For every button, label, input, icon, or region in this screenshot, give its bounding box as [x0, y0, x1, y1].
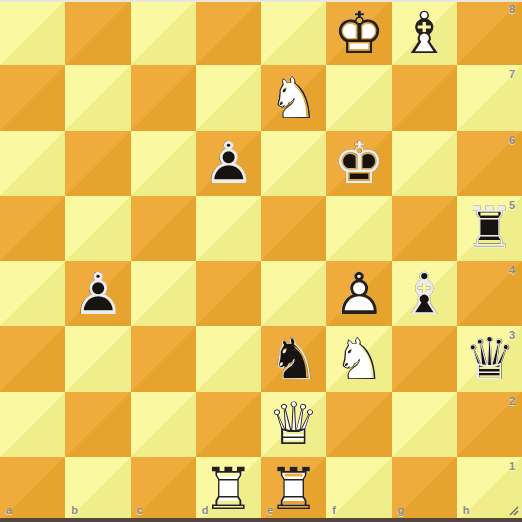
square-b2[interactable]	[65, 392, 130, 457]
square-f5[interactable]	[326, 196, 391, 261]
square-c6[interactable]	[131, 131, 196, 196]
square-f7[interactable]	[326, 65, 391, 130]
square-e3[interactable]: ♞♘	[261, 326, 326, 391]
square-d3[interactable]	[196, 326, 261, 391]
piece-white-knight[interactable]: ♞♘	[261, 65, 326, 130]
rank-label-4: 4	[509, 264, 515, 276]
square-f2[interactable]	[326, 392, 391, 457]
piece-white-rook[interactable]: ♜♖	[196, 457, 261, 522]
square-h2[interactable]: 2	[457, 392, 522, 457]
square-f4[interactable]: ♟♙	[326, 261, 391, 326]
board-grid: ♚♔♝♗8♞♘7♟♙♚♔65♜♖♟♙♟♙♝♗4♞♘♞♘3♛♕♛♕2abcd♜♖e…	[0, 0, 522, 522]
square-h5[interactable]: 5♜♖	[457, 196, 522, 261]
piece-white-king[interactable]: ♚♔	[326, 0, 391, 65]
square-b1[interactable]: b	[65, 457, 130, 522]
white-rook-glyph-outline: ♖	[196, 457, 261, 522]
piece-white-knight[interactable]: ♞♘	[326, 326, 391, 391]
square-c5[interactable]	[131, 196, 196, 261]
square-g7[interactable]	[392, 65, 457, 130]
square-b7[interactable]	[65, 65, 130, 130]
square-g2[interactable]	[392, 392, 457, 457]
square-b5[interactable]	[65, 196, 130, 261]
square-e5[interactable]	[261, 196, 326, 261]
file-label-a: a	[6, 504, 12, 516]
square-a4[interactable]	[0, 261, 65, 326]
file-label-b: b	[71, 504, 78, 516]
square-h7[interactable]: 7	[457, 65, 522, 130]
black-bishop-glyph-outline: ♗	[392, 261, 457, 326]
square-a3[interactable]	[0, 326, 65, 391]
square-a5[interactable]	[0, 196, 65, 261]
piece-white-pawn[interactable]: ♟♙	[326, 261, 391, 326]
rank-label-8: 8	[509, 3, 515, 15]
square-f6[interactable]: ♚♔	[326, 131, 391, 196]
square-a1[interactable]: a	[0, 457, 65, 522]
black-king-glyph-outline: ♔	[326, 131, 391, 196]
square-h3[interactable]: 3♛♕	[457, 326, 522, 391]
rank-label-1: 1	[509, 460, 515, 472]
black-rook-glyph-outline: ♖	[457, 196, 522, 261]
board-resize-handle-icon[interactable]	[507, 504, 519, 516]
piece-black-pawn[interactable]: ♟♙	[65, 261, 130, 326]
white-king-glyph-outline: ♔	[326, 0, 391, 65]
square-g3[interactable]	[392, 326, 457, 391]
white-king-glyph-fill: ♚	[326, 0, 391, 65]
white-bishop-glyph-fill: ♝	[392, 0, 457, 65]
file-label-f: f	[332, 504, 336, 516]
file-label-c: c	[137, 504, 143, 516]
white-knight-glyph-outline: ♘	[261, 65, 326, 130]
white-knight-glyph-fill: ♞	[261, 65, 326, 130]
board-bottom-edge	[0, 518, 522, 522]
square-d8[interactable]	[196, 0, 261, 65]
white-pawn-glyph-fill: ♟	[326, 261, 391, 326]
board-top-edge	[0, 0, 522, 2]
rank-label-6: 6	[509, 134, 515, 146]
chess-board: ♚♔♝♗8♞♘7♟♙♚♔65♜♖♟♙♟♙♝♗4♞♘♞♘3♛♕♛♕2abcd♜♖e…	[0, 0, 522, 522]
black-king-glyph-fill: ♚	[326, 131, 391, 196]
square-f1[interactable]: f	[326, 457, 391, 522]
white-pawn-glyph-outline: ♙	[326, 261, 391, 326]
square-c1[interactable]: c	[131, 457, 196, 522]
square-b6[interactable]	[65, 131, 130, 196]
square-c7[interactable]	[131, 65, 196, 130]
black-knight-glyph-fill: ♞	[261, 326, 326, 391]
square-h8[interactable]: 8	[457, 0, 522, 65]
black-pawn-glyph-outline: ♙	[196, 131, 261, 196]
square-e4[interactable]	[261, 261, 326, 326]
square-g4[interactable]: ♝♗	[392, 261, 457, 326]
square-c8[interactable]	[131, 0, 196, 65]
rank-label-2: 2	[509, 395, 515, 407]
square-c4[interactable]	[131, 261, 196, 326]
black-pawn-glyph-outline: ♙	[65, 261, 130, 326]
file-label-g: g	[398, 504, 405, 516]
square-c3[interactable]	[131, 326, 196, 391]
black-knight-glyph-outline: ♘	[261, 326, 326, 391]
square-g6[interactable]	[392, 131, 457, 196]
white-knight-glyph-fill: ♞	[326, 326, 391, 391]
black-queen-glyph-fill: ♛	[457, 326, 522, 391]
piece-black-rook[interactable]: ♜♖	[457, 196, 522, 261]
square-g5[interactable]	[392, 196, 457, 261]
piece-black-knight[interactable]: ♞♘	[261, 326, 326, 391]
square-f8[interactable]: ♚♔	[326, 0, 391, 65]
square-a7[interactable]	[0, 65, 65, 130]
file-label-h: h	[463, 504, 470, 516]
white-bishop-glyph-outline: ♗	[392, 0, 457, 65]
black-rook-glyph-fill: ♜	[457, 196, 522, 261]
black-pawn-glyph-fill: ♟	[196, 131, 261, 196]
square-h4[interactable]: 4	[457, 261, 522, 326]
square-e8[interactable]	[261, 0, 326, 65]
square-c2[interactable]	[131, 392, 196, 457]
black-pawn-glyph-fill: ♟	[65, 261, 130, 326]
square-g1[interactable]: g	[392, 457, 457, 522]
square-e2[interactable]: ♛♕	[261, 392, 326, 457]
piece-black-pawn[interactable]: ♟♙	[196, 131, 261, 196]
square-d6[interactable]: ♟♙	[196, 131, 261, 196]
white-knight-glyph-outline: ♘	[326, 326, 391, 391]
square-b4[interactable]: ♟♙	[65, 261, 130, 326]
white-rook-glyph-fill: ♜	[261, 457, 326, 522]
white-rook-glyph-fill: ♜	[196, 457, 261, 522]
square-a8[interactable]	[0, 0, 65, 65]
square-a6[interactable]	[0, 131, 65, 196]
square-e1[interactable]: e♜♖	[261, 457, 326, 522]
square-d2[interactable]	[196, 392, 261, 457]
square-b3[interactable]	[65, 326, 130, 391]
square-e7[interactable]: ♞♘	[261, 65, 326, 130]
piece-white-bishop[interactable]: ♝♗	[392, 0, 457, 65]
black-bishop-glyph-fill: ♝	[392, 261, 457, 326]
white-queen-glyph-outline: ♕	[261, 392, 326, 457]
square-d5[interactable]	[196, 196, 261, 261]
square-f3[interactable]: ♞♘	[326, 326, 391, 391]
square-a2[interactable]	[0, 392, 65, 457]
piece-white-queen[interactable]: ♛♕	[261, 392, 326, 457]
square-b8[interactable]	[65, 0, 130, 65]
square-d4[interactable]	[196, 261, 261, 326]
black-queen-glyph-outline: ♕	[457, 326, 522, 391]
piece-black-bishop[interactable]: ♝♗	[392, 261, 457, 326]
rank-label-7: 7	[509, 68, 515, 80]
square-h6[interactable]: 6	[457, 131, 522, 196]
piece-black-queen[interactable]: ♛♕	[457, 326, 522, 391]
square-g8[interactable]: ♝♗	[392, 0, 457, 65]
white-queen-glyph-fill: ♛	[261, 392, 326, 457]
square-d7[interactable]	[196, 65, 261, 130]
piece-white-rook[interactable]: ♜♖	[261, 457, 326, 522]
square-d1[interactable]: d♜♖	[196, 457, 261, 522]
square-e6[interactable]	[261, 131, 326, 196]
piece-black-king[interactable]: ♚♔	[326, 131, 391, 196]
white-rook-glyph-outline: ♖	[261, 457, 326, 522]
